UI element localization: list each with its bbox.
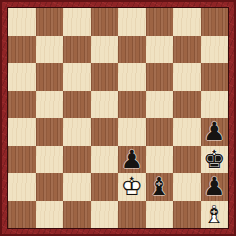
square-c1[interactable] bbox=[63, 201, 91, 229]
square-d5[interactable] bbox=[91, 91, 119, 119]
square-d2[interactable] bbox=[91, 173, 119, 201]
square-d1[interactable] bbox=[91, 201, 119, 229]
square-a2[interactable] bbox=[8, 173, 36, 201]
square-f4[interactable] bbox=[146, 118, 174, 146]
square-b3[interactable] bbox=[36, 146, 64, 174]
square-a3[interactable] bbox=[8, 146, 36, 174]
square-g5[interactable] bbox=[173, 91, 201, 119]
square-h6[interactable] bbox=[201, 63, 229, 91]
square-c5[interactable] bbox=[63, 91, 91, 119]
square-g6[interactable] bbox=[173, 63, 201, 91]
square-a7[interactable] bbox=[8, 36, 36, 64]
square-a5[interactable] bbox=[8, 91, 36, 119]
square-c2[interactable] bbox=[63, 173, 91, 201]
square-g3[interactable] bbox=[173, 146, 201, 174]
square-f1[interactable] bbox=[146, 201, 174, 229]
square-e8[interactable] bbox=[118, 8, 146, 36]
square-g2[interactable] bbox=[173, 173, 201, 201]
square-h7[interactable] bbox=[201, 36, 229, 64]
square-g4[interactable] bbox=[173, 118, 201, 146]
square-e3[interactable]: ♟ bbox=[118, 146, 146, 174]
square-h4[interactable]: ♟ bbox=[201, 118, 229, 146]
square-b5[interactable] bbox=[36, 91, 64, 119]
square-e4[interactable] bbox=[118, 118, 146, 146]
square-b6[interactable] bbox=[36, 63, 64, 91]
square-f2[interactable]: ♝ bbox=[146, 173, 174, 201]
square-b1[interactable] bbox=[36, 201, 64, 229]
square-a8[interactable] bbox=[8, 8, 36, 36]
square-a6[interactable] bbox=[8, 63, 36, 91]
square-b7[interactable] bbox=[36, 36, 64, 64]
board-frame: ♟♟♚♚♔♝♟♝♗ bbox=[0, 0, 236, 236]
square-c7[interactable] bbox=[63, 36, 91, 64]
square-d4[interactable] bbox=[91, 118, 119, 146]
square-e7[interactable] bbox=[118, 36, 146, 64]
black-bishop[interactable]: ♝ bbox=[146, 173, 174, 201]
square-b8[interactable] bbox=[36, 8, 64, 36]
square-b2[interactable] bbox=[36, 173, 64, 201]
square-f7[interactable] bbox=[146, 36, 174, 64]
square-h5[interactable] bbox=[201, 91, 229, 119]
square-b4[interactable] bbox=[36, 118, 64, 146]
square-g1[interactable] bbox=[173, 201, 201, 229]
square-d7[interactable] bbox=[91, 36, 119, 64]
black-pawn[interactable]: ♟ bbox=[118, 146, 146, 174]
square-d8[interactable] bbox=[91, 8, 119, 36]
square-h3[interactable]: ♚ bbox=[201, 146, 229, 174]
black-pawn[interactable]: ♟ bbox=[201, 118, 229, 146]
square-g8[interactable] bbox=[173, 8, 201, 36]
square-h2[interactable]: ♟ bbox=[201, 173, 229, 201]
square-a1[interactable] bbox=[8, 201, 36, 229]
square-e6[interactable] bbox=[118, 63, 146, 91]
square-c3[interactable] bbox=[63, 146, 91, 174]
square-c8[interactable] bbox=[63, 8, 91, 36]
square-f8[interactable] bbox=[146, 8, 174, 36]
square-d3[interactable] bbox=[91, 146, 119, 174]
square-c4[interactable] bbox=[63, 118, 91, 146]
square-e2[interactable]: ♚♔ bbox=[118, 173, 146, 201]
square-e1[interactable] bbox=[118, 201, 146, 229]
black-king[interactable]: ♚ bbox=[201, 146, 229, 174]
square-f6[interactable] bbox=[146, 63, 174, 91]
square-c6[interactable] bbox=[63, 63, 91, 91]
white-king[interactable]: ♔ bbox=[118, 173, 146, 201]
square-f3[interactable] bbox=[146, 146, 174, 174]
square-f5[interactable] bbox=[146, 91, 174, 119]
square-h1[interactable]: ♝♗ bbox=[201, 201, 229, 229]
white-bishop[interactable]: ♗ bbox=[201, 201, 229, 229]
square-e5[interactable] bbox=[118, 91, 146, 119]
square-d6[interactable] bbox=[91, 63, 119, 91]
chess-board: ♟♟♚♚♔♝♟♝♗ bbox=[7, 7, 229, 229]
square-g7[interactable] bbox=[173, 36, 201, 64]
black-pawn[interactable]: ♟ bbox=[201, 173, 229, 201]
square-a4[interactable] bbox=[8, 118, 36, 146]
square-h8[interactable] bbox=[201, 8, 229, 36]
